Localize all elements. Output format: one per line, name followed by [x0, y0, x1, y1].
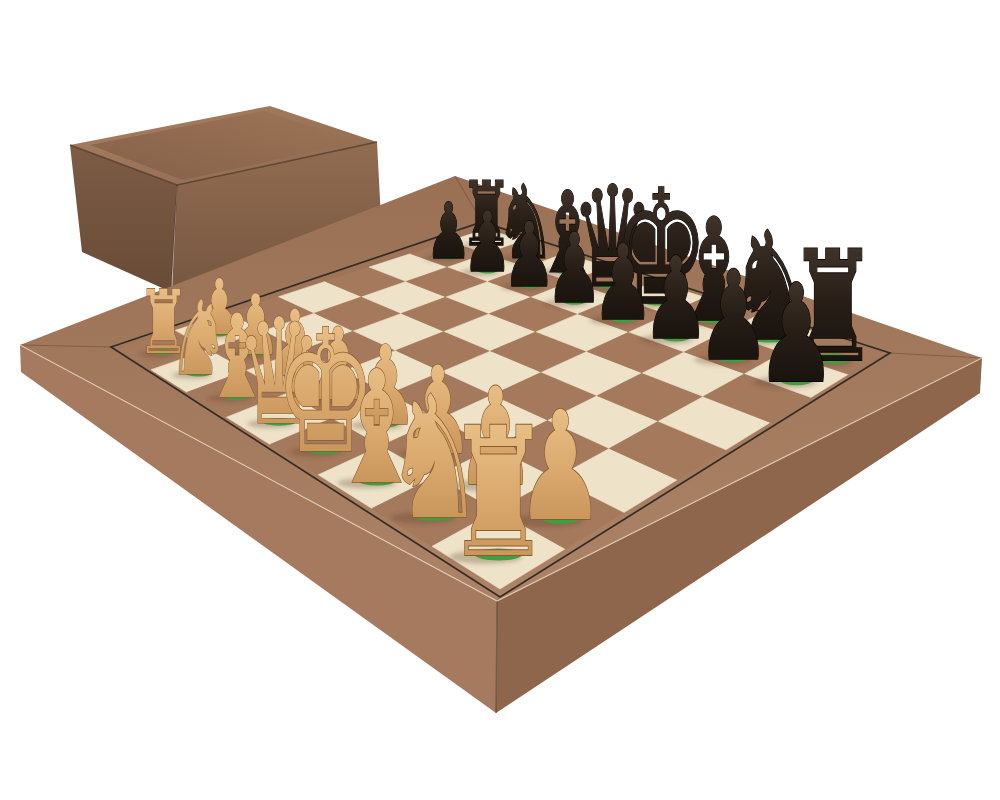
piece-glyph-white-rook: ♜ [445, 390, 552, 598]
piece-glyph-black-pawn: ♟ [756, 255, 837, 413]
chess-scene: ♜♟♞♟♝♟♛♟♚♟♝♟♟♞♜♟♟♜♞♟♟♝♟♛♟♚♟♝♟♞♟♜ [0, 0, 1000, 800]
white-rook-h1: ♜ [445, 390, 552, 598]
black-pawn-h7: ♟ [753, 255, 837, 413]
product-photo: ♜♟♞♟♝♟♛♟♚♟♝♟♟♞♜♟♟♜♞♟♟♝♟♛♟♚♟♝♟♞♟♜ [0, 0, 1000, 800]
